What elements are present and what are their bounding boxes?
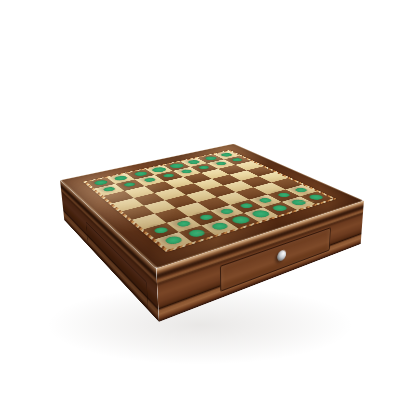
chess-box: ♜♞♝♛♚♝♞♜♟♟♟♟♟♟♟♟♟♟♟♟♟♟♟♟♜♞♝♛♚♝♞♜	[60, 144, 364, 269]
scene: ♜♞♝♛♚♝♞♜♟♟♟♟♟♟♟♟♟♟♟♟♟♟♟♟♜♞♝♛♚♝♞♜	[0, 0, 400, 400]
white-rook-glyph: ♜	[150, 193, 197, 246]
product-photo: ♜♞♝♛♚♝♞♜♟♟♟♟♟♟♟♟♟♟♟♟♟♟♟♟♜♞♝♛♚♝♞♜	[0, 0, 400, 400]
drawer-knob	[277, 249, 286, 262]
